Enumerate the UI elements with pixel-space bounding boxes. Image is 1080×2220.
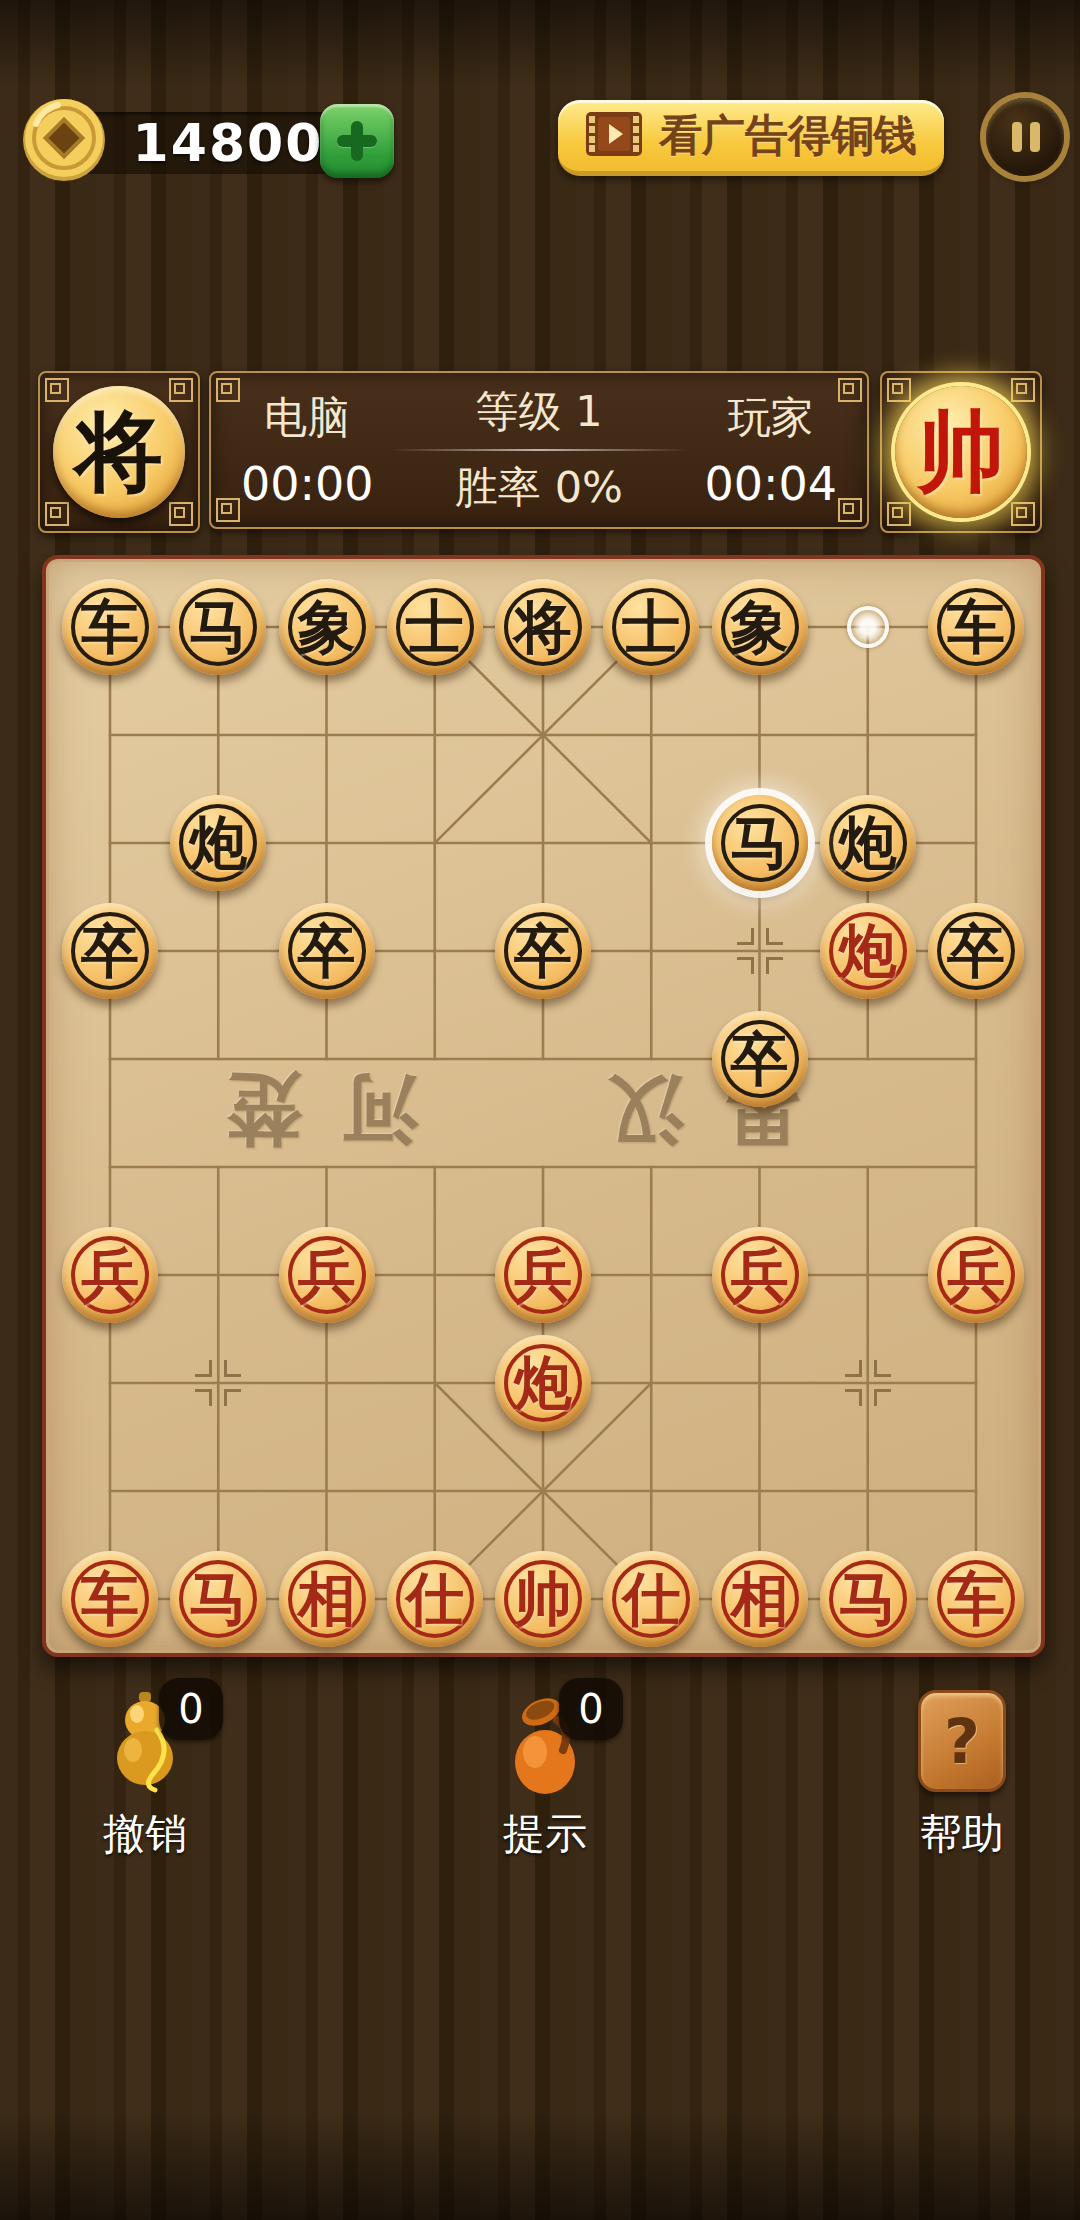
opponent-avatar: 将 (53, 386, 185, 518)
corner-ornament (887, 502, 911, 526)
piece-black-将[interactable]: 将 (495, 579, 591, 675)
piece-red-仕[interactable]: 仕 (603, 1551, 699, 1647)
add-coins-button[interactable] (320, 104, 394, 178)
level-info: 等级 1 胜率 0% (389, 383, 689, 517)
piece-red-马[interactable]: 马 (170, 1551, 266, 1647)
piece-black-象[interactable]: 象 (279, 579, 375, 675)
corner-ornament (45, 378, 69, 402)
pause-button[interactable] (986, 98, 1064, 176)
corner-ornament (887, 378, 911, 402)
undo-count-badge: 0 (159, 1678, 223, 1740)
app-screen: 14800 看广告得铜钱 (0, 0, 1080, 2220)
hint-label: 提示 (503, 1806, 587, 1862)
question-mark-icon: ? (918, 1690, 1006, 1792)
corner-ornament (169, 502, 193, 526)
watch-ad-button[interactable]: 看广告得铜钱 (558, 100, 944, 176)
hint-count-badge: 0 (559, 1678, 623, 1740)
piece-red-兵[interactable]: 兵 (928, 1227, 1024, 1323)
piece-black-马[interactable]: 马 (170, 579, 266, 675)
piece-red-仕[interactable]: 仕 (387, 1551, 483, 1647)
point-marker (845, 1360, 891, 1406)
piece-black-卒[interactable]: 卒 (62, 903, 158, 999)
corner-ornament (45, 502, 69, 526)
opponent-timer: 00:00 (241, 457, 374, 511)
video-film-icon (585, 111, 643, 160)
piece-red-炮[interactable]: 炮 (495, 1335, 591, 1431)
last-move-origin-marker (847, 606, 889, 648)
opponent-label: 电脑 (264, 389, 350, 447)
piece-black-马[interactable]: 马 (712, 795, 808, 891)
level-label: 等级 1 (475, 383, 602, 441)
piece-black-象[interactable]: 象 (712, 579, 808, 675)
opponent-avatar-panel: 将 (38, 371, 200, 533)
piece-red-兵[interactable]: 兵 (495, 1227, 591, 1323)
player-info: 玩家 00:04 (704, 389, 837, 511)
coin-icon (20, 96, 108, 184)
player-label: 玩家 (728, 389, 814, 447)
undo-button[interactable]: 0 撤销 (55, 1680, 235, 1860)
watch-ad-label: 看广告得铜钱 (659, 107, 917, 165)
piece-red-炮[interactable]: 炮 (820, 903, 916, 999)
piece-red-相[interactable]: 相 (279, 1551, 375, 1647)
piece-red-兵[interactable]: 兵 (279, 1227, 375, 1323)
corner-ornament (1011, 502, 1035, 526)
corner-ornament (1011, 378, 1035, 402)
piece-black-车[interactable]: 车 (62, 579, 158, 675)
black-general-glyph: 将 (75, 408, 163, 496)
point-marker (195, 1360, 241, 1406)
pause-icon (1012, 122, 1022, 152)
board-grid (46, 559, 1041, 1653)
piece-black-卒[interactable]: 卒 (712, 1011, 808, 1107)
corner-ornament (216, 378, 240, 402)
piece-red-车[interactable]: 车 (928, 1551, 1024, 1647)
player-timer: 00:04 (704, 457, 837, 511)
help-label: 帮助 (920, 1806, 1004, 1862)
piece-black-士[interactable]: 士 (387, 579, 483, 675)
piece-black-卒[interactable]: 卒 (279, 903, 375, 999)
piece-red-帅[interactable]: 帅 (495, 1551, 591, 1647)
point-marker (737, 928, 783, 974)
piece-red-马[interactable]: 马 (820, 1551, 916, 1647)
piece-red-兵[interactable]: 兵 (712, 1227, 808, 1323)
piece-black-卒[interactable]: 卒 (928, 903, 1024, 999)
coin-amount: 14800 (133, 113, 324, 173)
divider (389, 449, 689, 451)
piece-red-车[interactable]: 车 (62, 1551, 158, 1647)
red-general-glyph: 帅 (917, 408, 1005, 496)
board[interactable]: 楚河 汉界 车马象士将士象车炮马炮卒卒卒炮卒卒兵兵兵兵兵炮车马相仕帅仕相马车 (42, 555, 1045, 1657)
help-button[interactable]: ? 帮助 (872, 1680, 1052, 1860)
piece-black-士[interactable]: 士 (603, 579, 699, 675)
opponent-info: 电脑 00:00 (241, 389, 374, 511)
player-avatar-panel: 帅 (880, 371, 1042, 533)
winrate-label: 胜率 0% (455, 459, 623, 517)
piece-red-相[interactable]: 相 (712, 1551, 808, 1647)
corner-ornament (838, 378, 862, 402)
corner-ornament (216, 498, 240, 522)
corner-ornament (169, 378, 193, 402)
piece-black-炮[interactable]: 炮 (820, 795, 916, 891)
corner-ornament (838, 498, 862, 522)
river-label-left: 楚河 (226, 1057, 418, 1160)
piece-black-车[interactable]: 车 (928, 579, 1024, 675)
player-avatar: 帅 (895, 386, 1027, 518)
undo-label: 撤销 (103, 1806, 187, 1862)
piece-black-炮[interactable]: 炮 (170, 795, 266, 891)
piece-red-兵[interactable]: 兵 (62, 1227, 158, 1323)
piece-black-卒[interactable]: 卒 (495, 903, 591, 999)
hint-button[interactable]: 0 提示 (455, 1680, 635, 1860)
match-info-panel: 电脑 00:00 等级 1 胜率 0% 玩家 00:04 (209, 371, 869, 529)
